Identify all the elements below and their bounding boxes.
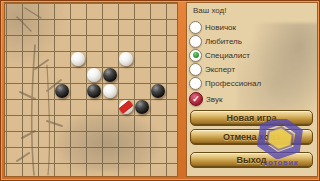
radio-icon[interactable]	[189, 35, 202, 48]
difficulty-label: Любитель	[205, 37, 242, 46]
gomoku-game-window: Ваш ход! Новичок Любитель Специалист Экс…	[0, 0, 320, 181]
sound-toggle[interactable]: ✓ Звук	[189, 92, 222, 106]
undo-move-button[interactable]: Отмена хода	[190, 129, 313, 145]
difficulty-label: Профессионал	[205, 79, 261, 88]
stone-white	[103, 84, 117, 98]
stone-black	[135, 100, 149, 114]
last-move-marker-icon	[119, 100, 133, 114]
difficulty-option-professional[interactable]: Профессионал	[189, 76, 261, 90]
stone-white	[119, 52, 133, 66]
stone-black	[87, 84, 101, 98]
control-panel: Ваш ход! Новичок Любитель Специалист Экс…	[186, 2, 318, 177]
new-game-button[interactable]: Новая игра	[190, 110, 313, 126]
stone-white	[71, 52, 85, 66]
difficulty-option-specialist[interactable]: Специалист	[189, 48, 250, 62]
stone-black	[151, 84, 165, 98]
radio-icon[interactable]	[189, 63, 202, 76]
difficulty-option-expert[interactable]: Эксперт	[189, 62, 235, 76]
game-board[interactable]	[4, 2, 178, 177]
difficulty-label: Эксперт	[205, 65, 235, 74]
stone-white	[87, 68, 101, 82]
check-icon[interactable]: ✓	[189, 92, 203, 106]
stone-black	[55, 84, 69, 98]
radio-icon[interactable]	[189, 77, 202, 90]
difficulty-label: Специалист	[205, 51, 250, 60]
difficulty-label: Новичок	[205, 23, 236, 32]
difficulty-option-novice[interactable]: Новичок	[189, 20, 236, 34]
stone-last-move	[119, 100, 133, 114]
exit-button[interactable]: Выход	[190, 152, 313, 168]
radio-icon[interactable]	[189, 49, 202, 62]
stone-black	[103, 68, 117, 82]
radio-icon[interactable]	[189, 21, 202, 34]
turn-status-text: Ваш ход!	[193, 6, 227, 15]
difficulty-option-amateur[interactable]: Любитель	[189, 34, 242, 48]
sound-label: Звук	[206, 95, 222, 104]
ink-wash-decoration	[4, 2, 67, 67]
ink-rock-decoration	[55, 111, 160, 171]
